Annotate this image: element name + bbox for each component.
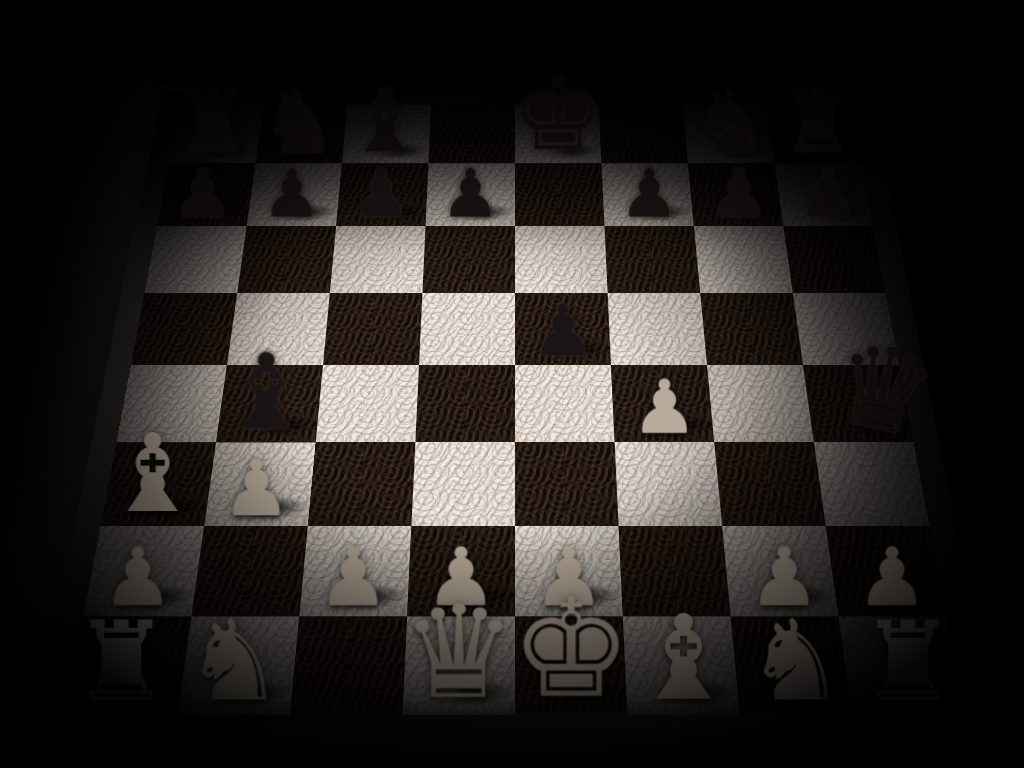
square-d5[interactable] [419, 293, 515, 365]
square-e1[interactable]: ♚ [515, 616, 627, 714]
piece-black-rook-h8[interactable]: ♜ [780, 84, 856, 162]
square-f4[interactable]: ♟ [611, 365, 714, 442]
square-d7[interactable]: ♟ [426, 163, 515, 226]
chessboard-3d: ♜♞♝♚♞♜♟♟♟♟♟♟♟♟♝♟♛♝♟♟♟♟♟♟♟♜♞♛♚♝♞♜ [65, 105, 965, 715]
piece-white-knight-b1[interactable]: ♞ [184, 609, 285, 712]
board-grid: ♜♞♝♚♞♜♟♟♟♟♟♟♟♟♝♟♛♝♟♟♟♟♟♟♟♜♞♛♚♝♞♜ [65, 105, 965, 715]
square-a7[interactable]: ♟ [157, 163, 255, 226]
square-g3[interactable] [714, 442, 825, 526]
piece-black-pawn-c7[interactable]: ♟ [351, 163, 411, 225]
square-c2[interactable]: ♟ [299, 526, 411, 616]
piece-white-pawn-b3[interactable]: ♟ [221, 453, 291, 524]
piece-black-pawn-f7[interactable]: ♟ [619, 163, 679, 225]
piece-white-bishop-a3[interactable]: ♝ [104, 425, 201, 524]
square-g6[interactable] [694, 226, 793, 293]
square-c4[interactable] [316, 365, 419, 442]
piece-black-king-e8[interactable]: ♚ [511, 66, 605, 162]
piece-black-pawn-b7[interactable]: ♟ [261, 163, 321, 225]
piece-white-pawn-f4[interactable]: ♟ [631, 372, 698, 441]
square-f3[interactable] [615, 442, 723, 526]
square-g5[interactable] [700, 293, 803, 365]
square-f5[interactable] [608, 293, 707, 365]
piece-black-rook-a8[interactable]: ♜ [175, 84, 251, 162]
square-h3[interactable] [814, 442, 929, 526]
piece-black-knight-b8[interactable]: ♞ [260, 83, 337, 163]
square-b4[interactable]: ♝ [216, 365, 323, 442]
square-h7[interactable]: ♟ [775, 163, 873, 226]
square-h6[interactable] [783, 226, 885, 293]
square-h4[interactable]: ♛ [803, 365, 914, 442]
piece-white-pawn-c2[interactable]: ♟ [317, 540, 389, 614]
piece-white-rook-a1[interactable]: ♜ [72, 611, 171, 712]
square-e4[interactable] [515, 365, 615, 442]
piece-black-bishop-b4[interactable]: ♝ [220, 345, 313, 440]
piece-black-pawn-e5[interactable]: ♟ [531, 297, 595, 363]
square-c1[interactable] [290, 616, 407, 714]
piece-black-pawn-h7[interactable]: ♟ [798, 163, 858, 225]
square-c7[interactable]: ♟ [336, 163, 428, 226]
square-b7[interactable]: ♟ [247, 163, 342, 226]
square-g1[interactable]: ♞ [731, 616, 853, 714]
square-a6[interactable] [145, 226, 247, 293]
piece-white-rook-h1[interactable]: ♜ [859, 611, 958, 712]
piece-black-pawn-d7[interactable]: ♟ [440, 163, 500, 225]
piece-white-queen-d1[interactable]: ♛ [401, 594, 516, 712]
square-f7[interactable]: ♟ [602, 163, 694, 226]
square-d6[interactable] [422, 226, 515, 293]
square-g4[interactable] [707, 365, 814, 442]
piece-black-pawn-g7[interactable]: ♟ [708, 163, 768, 225]
square-g7[interactable]: ♟ [688, 163, 783, 226]
square-a1[interactable]: ♜ [65, 616, 191, 714]
square-b3[interactable]: ♟ [204, 442, 315, 526]
square-c5[interactable] [323, 293, 422, 365]
square-e6[interactable] [515, 226, 608, 293]
square-e3[interactable] [515, 442, 619, 526]
piece-white-knight-g1[interactable]: ♞ [746, 609, 847, 712]
square-f1[interactable]: ♝ [623, 616, 740, 714]
square-b6[interactable] [237, 226, 336, 293]
square-f6[interactable] [604, 226, 700, 293]
piece-white-king-e1[interactable]: ♚ [510, 588, 632, 713]
square-d1[interactable]: ♛ [403, 616, 515, 714]
piece-white-bishop-f1[interactable]: ♝ [631, 605, 736, 713]
square-b1[interactable]: ♞ [178, 616, 300, 714]
square-d4[interactable] [415, 365, 515, 442]
piece-black-bishop-c8[interactable]: ♝ [345, 79, 426, 162]
square-e8[interactable]: ♚ [515, 105, 601, 164]
square-e5[interactable]: ♟ [515, 293, 611, 365]
square-a3[interactable]: ♝ [101, 442, 216, 526]
piece-black-knight-g8[interactable]: ♞ [692, 83, 769, 163]
piece-black-pawn-a7[interactable]: ♟ [172, 163, 232, 225]
stage: ♜♞♝♚♞♜♟♟♟♟♟♟♟♟♝♟♛♝♟♟♟♟♟♟♟♜♞♛♚♝♞♜ [0, 0, 1024, 768]
square-h1[interactable]: ♜ [839, 616, 965, 714]
square-d3[interactable] [411, 442, 515, 526]
square-c6[interactable] [330, 226, 426, 293]
square-c3[interactable] [308, 442, 416, 526]
scene: ♜♞♝♚♞♜♟♟♟♟♟♟♟♟♝♟♛♝♟♟♟♟♟♟♟♜♞♛♚♝♞♜ [0, 0, 1024, 768]
square-e7[interactable] [515, 163, 604, 226]
